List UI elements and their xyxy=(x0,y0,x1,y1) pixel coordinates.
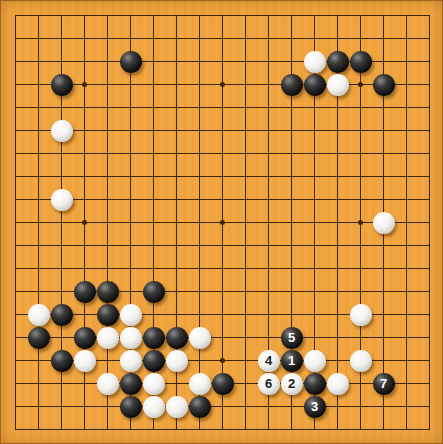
black-stone[interactable] xyxy=(143,281,165,303)
white-stone-move-4[interactable]: 4 xyxy=(258,350,280,372)
black-stone[interactable] xyxy=(212,373,234,395)
black-stone[interactable] xyxy=(51,350,73,372)
black-stone[interactable] xyxy=(143,350,165,372)
black-stone[interactable] xyxy=(97,304,119,326)
black-stone[interactable] xyxy=(28,327,50,349)
black-stone[interactable] xyxy=(304,373,326,395)
white-stone[interactable] xyxy=(51,189,73,211)
move-number-label: 4 xyxy=(265,354,272,367)
white-stone[interactable] xyxy=(327,74,349,96)
move-number-label: 5 xyxy=(288,331,295,344)
black-stone[interactable] xyxy=(74,281,96,303)
white-stone[interactable] xyxy=(350,350,372,372)
white-stone[interactable] xyxy=(143,396,165,418)
white-stone[interactable] xyxy=(189,373,211,395)
black-stone[interactable] xyxy=(166,327,188,349)
black-stone[interactable] xyxy=(120,396,142,418)
white-stone[interactable] xyxy=(166,350,188,372)
white-stone[interactable] xyxy=(189,327,211,349)
star-point xyxy=(82,220,87,225)
black-stone[interactable] xyxy=(51,304,73,326)
move-number-label: 2 xyxy=(288,377,295,390)
white-stone[interactable] xyxy=(120,304,142,326)
black-stone[interactable] xyxy=(51,74,73,96)
black-stone[interactable] xyxy=(281,74,303,96)
black-stone[interactable] xyxy=(97,281,119,303)
white-stone[interactable] xyxy=(304,51,326,73)
go-board[interactable]: 5416273 xyxy=(0,0,443,444)
star-point xyxy=(220,82,225,87)
white-stone[interactable] xyxy=(28,304,50,326)
white-stone[interactable] xyxy=(327,373,349,395)
white-stone[interactable] xyxy=(120,350,142,372)
black-stone[interactable] xyxy=(350,51,372,73)
white-stone-move-2[interactable]: 2 xyxy=(281,373,303,395)
black-stone-move-3[interactable]: 3 xyxy=(304,396,326,418)
white-stone[interactable] xyxy=(373,212,395,234)
move-number-label: 3 xyxy=(311,400,318,413)
white-stone[interactable] xyxy=(97,327,119,349)
black-stone-move-5[interactable]: 5 xyxy=(281,327,303,349)
white-stone-move-6[interactable]: 6 xyxy=(258,373,280,395)
black-stone[interactable] xyxy=(143,327,165,349)
black-stone-move-7[interactable]: 7 xyxy=(373,373,395,395)
black-stone-move-1[interactable]: 1 xyxy=(281,350,303,372)
black-stone[interactable] xyxy=(120,51,142,73)
move-number-label: 7 xyxy=(380,377,387,390)
star-point xyxy=(358,220,363,225)
black-stone[interactable] xyxy=(74,327,96,349)
star-point xyxy=(82,82,87,87)
black-stone[interactable] xyxy=(373,74,395,96)
black-stone[interactable] xyxy=(327,51,349,73)
star-point xyxy=(358,82,363,87)
black-stone[interactable] xyxy=(120,373,142,395)
go-board-grid[interactable]: 5416273 xyxy=(4,4,441,441)
star-point xyxy=(220,220,225,225)
white-stone[interactable] xyxy=(350,304,372,326)
white-stone[interactable] xyxy=(51,120,73,142)
black-stone[interactable] xyxy=(189,396,211,418)
white-stone[interactable] xyxy=(143,373,165,395)
move-number-label: 6 xyxy=(265,377,272,390)
white-stone[interactable] xyxy=(166,396,188,418)
black-stone[interactable] xyxy=(304,74,326,96)
move-number-label: 1 xyxy=(288,354,295,367)
white-stone[interactable] xyxy=(304,350,326,372)
white-stone[interactable] xyxy=(97,373,119,395)
white-stone[interactable] xyxy=(74,350,96,372)
white-stone[interactable] xyxy=(120,327,142,349)
star-point xyxy=(220,358,225,363)
